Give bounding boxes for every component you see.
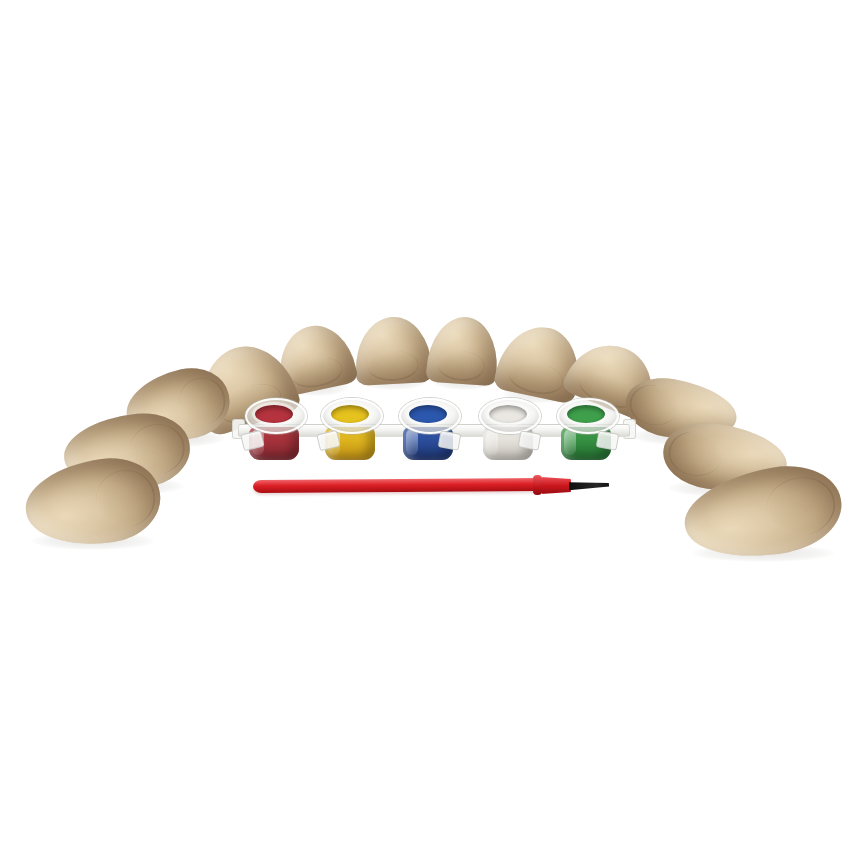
paint-surface-blue: [409, 405, 447, 423]
paintbrush-handle: [253, 478, 537, 493]
wood-grain-arc: [175, 372, 230, 428]
paint-surface-yellow: [331, 405, 369, 423]
lid-latch: [518, 430, 542, 450]
paint-pot-yellow: [320, 396, 380, 466]
paint-surface-green: [567, 405, 605, 423]
paint-pot-lid: [479, 398, 541, 434]
wood-grain-arc: [437, 349, 486, 382]
paintbrush-ring: [533, 475, 542, 495]
product-photo-stage: [0, 0, 860, 860]
paint-surface-red: [255, 405, 293, 423]
paint-pot-lid: [399, 398, 461, 434]
paint-pot-lid: [321, 398, 383, 434]
paintbrush-collar: [541, 477, 571, 494]
paint-pot-lid: [557, 398, 619, 434]
paint-pot-green: [556, 396, 616, 466]
lid-latch: [596, 430, 620, 450]
wooden-egg-7: [426, 314, 501, 386]
paint-pot-blue: [398, 396, 458, 466]
wood-grain-arc: [665, 428, 725, 480]
wooden-egg-6: [353, 315, 432, 386]
paint-pot-white: [478, 396, 538, 466]
paintbrush-bristles: [569, 480, 609, 490]
wood-grain-arc: [762, 472, 839, 541]
wood-grain-arc: [93, 466, 159, 530]
wood-grain-arc: [367, 349, 420, 382]
paint-pot-lid: [245, 398, 307, 434]
paint-surface-white: [489, 405, 527, 423]
paint-pot-red: [244, 396, 304, 466]
lid-latch: [438, 430, 462, 450]
